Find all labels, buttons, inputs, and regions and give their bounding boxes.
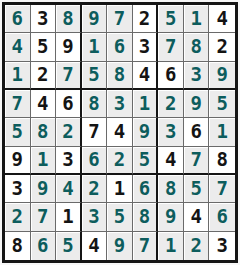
cell-r9c4: 4 <box>82 232 108 260</box>
cell-r6c9: 8 <box>209 147 235 175</box>
cell-r6c4[interactable]: 6 <box>82 147 108 175</box>
cell-r3c5[interactable]: 8 <box>107 62 133 90</box>
cell-r2c4[interactable]: 1 <box>82 33 108 61</box>
cell-r2c9: 2 <box>209 33 235 61</box>
cell-r5c6[interactable]: 9 <box>133 118 159 146</box>
cell-r9c2[interactable]: 6 <box>31 232 57 260</box>
cell-r8c4[interactable]: 3 <box>82 203 108 231</box>
cell-r5c1[interactable]: 5 <box>5 118 31 146</box>
cell-r6c6[interactable]: 5 <box>133 147 159 175</box>
cell-r1c7[interactable]: 5 <box>158 5 184 33</box>
cell-r7c2[interactable]: 9 <box>31 175 57 203</box>
cell-r9c6[interactable]: 7 <box>133 232 159 260</box>
cell-r6c8[interactable]: 7 <box>184 147 210 175</box>
cell-r5c9[interactable]: 1 <box>209 118 235 146</box>
cell-r8c6[interactable]: 8 <box>133 203 159 231</box>
cell-r9c1: 8 <box>5 232 31 260</box>
cell-r5c2[interactable]: 8 <box>31 118 57 146</box>
cell-r2c2: 5 <box>31 33 57 61</box>
cell-r9c8[interactable]: 2 <box>184 232 210 260</box>
cell-r7c3[interactable]: 4 <box>56 175 82 203</box>
cell-r4c8[interactable]: 9 <box>184 90 210 118</box>
cell-r8c2[interactable]: 7 <box>31 203 57 231</box>
cell-r2c5[interactable]: 6 <box>107 33 133 61</box>
cell-r1c2: 3 <box>31 5 57 33</box>
cell-r8c7[interactable]: 9 <box>158 203 184 231</box>
cell-r7c4[interactable]: 2 <box>82 175 108 203</box>
cell-r1c1[interactable]: 6 <box>5 5 31 33</box>
cell-r2c7[interactable]: 7 <box>158 33 184 61</box>
cell-r6c2[interactable]: 1 <box>31 147 57 175</box>
cell-r2c3: 9 <box>56 33 82 61</box>
cell-r6c5[interactable]: 2 <box>107 147 133 175</box>
sudoku-board: 6389725144591637821275846397468312955827… <box>2 2 238 263</box>
cell-r2c6: 3 <box>133 33 159 61</box>
cell-r1c5[interactable]: 7 <box>107 5 133 33</box>
cell-r6c7: 4 <box>158 147 184 175</box>
cell-r4c9[interactable]: 5 <box>209 90 235 118</box>
cell-r8c1[interactable]: 2 <box>5 203 31 231</box>
cell-r7c8[interactable]: 5 <box>184 175 210 203</box>
cell-r3c4[interactable]: 5 <box>82 62 108 90</box>
cell-r8c8: 4 <box>184 203 210 231</box>
cell-r6c3: 3 <box>56 147 82 175</box>
cell-r4c4[interactable]: 8 <box>82 90 108 118</box>
cell-r3c7: 6 <box>158 62 184 90</box>
cell-r4c5[interactable]: 3 <box>107 90 133 118</box>
cell-r9c7[interactable]: 1 <box>158 232 184 260</box>
cell-r3c6: 4 <box>133 62 159 90</box>
cell-r4c3: 6 <box>56 90 82 118</box>
cell-r7c7[interactable]: 8 <box>158 175 184 203</box>
cell-r3c8[interactable]: 3 <box>184 62 210 90</box>
cell-r1c9: 4 <box>209 5 235 33</box>
cell-r5c7[interactable]: 3 <box>158 118 184 146</box>
cell-r8c3: 1 <box>56 203 82 231</box>
cell-r3c2: 2 <box>31 62 57 90</box>
cell-r4c6[interactable]: 1 <box>133 90 159 118</box>
cell-r5c4: 7 <box>82 118 108 146</box>
cell-r2c1[interactable]: 4 <box>5 33 31 61</box>
cell-r3c1[interactable]: 1 <box>5 62 31 90</box>
cell-r1c6: 2 <box>133 5 159 33</box>
cell-r3c3[interactable]: 7 <box>56 62 82 90</box>
cell-r4c1[interactable]: 7 <box>5 90 31 118</box>
cell-r8c5[interactable]: 5 <box>107 203 133 231</box>
cell-r4c7[interactable]: 2 <box>158 90 184 118</box>
cell-r9c3[interactable]: 5 <box>56 232 82 260</box>
cell-r6c1: 9 <box>5 147 31 175</box>
cell-r5c3[interactable]: 2 <box>56 118 82 146</box>
cell-r4c2: 4 <box>31 90 57 118</box>
cell-r5c8: 6 <box>184 118 210 146</box>
cell-r7c9[interactable]: 7 <box>209 175 235 203</box>
cell-r7c6[interactable]: 6 <box>133 175 159 203</box>
cell-r1c3[interactable]: 8 <box>56 5 82 33</box>
cell-r9c5[interactable]: 9 <box>107 232 133 260</box>
cell-r8c9[interactable]: 6 <box>209 203 235 231</box>
cell-r1c8[interactable]: 1 <box>184 5 210 33</box>
cell-r3c9[interactable]: 9 <box>209 62 235 90</box>
cell-r1c4[interactable]: 9 <box>82 5 108 33</box>
cell-r9c9: 3 <box>209 232 235 260</box>
cell-r7c5: 1 <box>107 175 133 203</box>
cell-r5c5: 4 <box>107 118 133 146</box>
cell-r2c8[interactable]: 8 <box>184 33 210 61</box>
cell-r7c1: 3 <box>5 175 31 203</box>
